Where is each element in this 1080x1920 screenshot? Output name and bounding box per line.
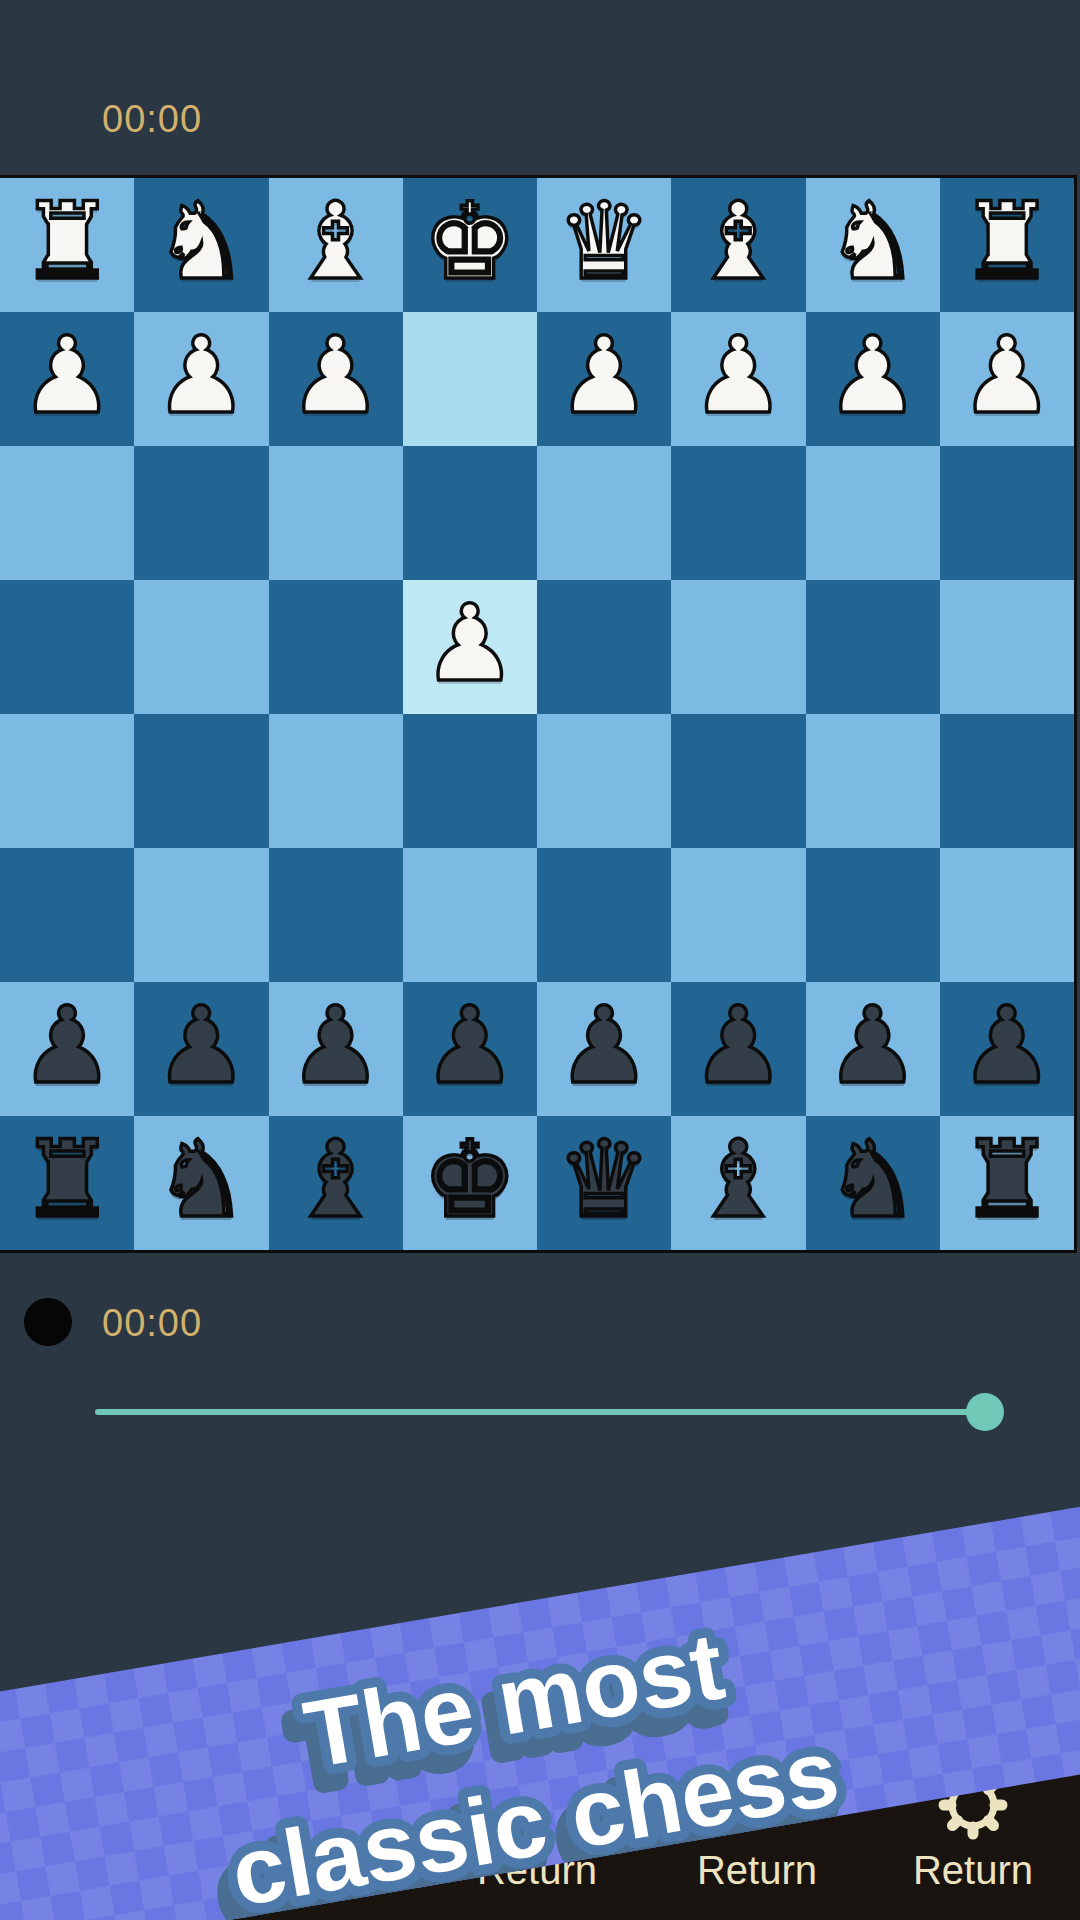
piece-white-pawn: ♟ (825, 323, 920, 429)
square-b4[interactable] (806, 580, 940, 714)
black-clock: 00:00 (102, 1302, 202, 1345)
piece-black-pawn: ♟ (20, 993, 115, 1099)
piece-black-queen: ♛ (557, 1127, 652, 1233)
piece-white-pawn: ♟ (959, 323, 1054, 429)
square-g5[interactable] (134, 714, 268, 848)
piece-black-king: ♚ (422, 1127, 517, 1233)
square-c7[interactable]: ♟ (671, 982, 805, 1116)
square-c2[interactable]: ♟ (671, 312, 805, 446)
square-f6[interactable] (269, 848, 403, 982)
app-screen: 00:00 ♜♞♝♚♛♝♞♜♟♟♟♟♟♟♟♟♟♟♟♟♟♟♟♟♜♞♝♚♛♝♞♜ 0… (0, 0, 1080, 1920)
square-h2[interactable]: ♟ (0, 312, 134, 446)
square-b2[interactable]: ♟ (806, 312, 940, 446)
piece-black-knight: ♞ (825, 1127, 920, 1233)
piece-white-pawn: ♟ (20, 323, 115, 429)
piece-black-bishop: ♝ (288, 1127, 383, 1233)
piece-white-pawn: ♟ (288, 323, 383, 429)
piece-black-rook: ♜ (20, 1127, 115, 1233)
square-a3[interactable] (940, 446, 1074, 580)
square-e2[interactable] (403, 312, 537, 446)
square-f3[interactable] (269, 446, 403, 580)
square-b7[interactable]: ♟ (806, 982, 940, 1116)
square-a2[interactable]: ♟ (940, 312, 1074, 446)
square-a8[interactable]: ♜ (940, 1116, 1074, 1250)
square-h4[interactable] (0, 580, 134, 714)
square-h7[interactable]: ♟ (0, 982, 134, 1116)
square-f8[interactable]: ♝ (269, 1116, 403, 1250)
piece-white-knight: ♞ (825, 189, 920, 295)
square-e1[interactable]: ♚ (403, 178, 537, 312)
piece-white-rook: ♜ (959, 189, 1054, 295)
square-h5[interactable] (0, 714, 134, 848)
piece-white-rook: ♜ (20, 189, 115, 295)
square-h6[interactable] (0, 848, 134, 982)
square-a7[interactable]: ♟ (940, 982, 1074, 1116)
square-b6[interactable] (806, 848, 940, 982)
square-b5[interactable] (806, 714, 940, 848)
piece-white-knight: ♞ (154, 189, 249, 295)
square-g7[interactable]: ♟ (134, 982, 268, 1116)
square-d3[interactable] (537, 446, 671, 580)
square-d8[interactable]: ♛ (537, 1116, 671, 1250)
square-g6[interactable] (134, 848, 268, 982)
black-player-indicator (24, 1298, 72, 1346)
square-e4[interactable]: ♟ (403, 580, 537, 714)
square-f5[interactable] (269, 714, 403, 848)
square-d2[interactable]: ♟ (537, 312, 671, 446)
piece-white-pawn: ♟ (691, 323, 786, 429)
square-e5[interactable] (403, 714, 537, 848)
square-d5[interactable] (537, 714, 671, 848)
square-e8[interactable]: ♚ (403, 1116, 537, 1250)
piece-black-pawn: ♟ (288, 993, 383, 1099)
square-c6[interactable] (671, 848, 805, 982)
return-button[interactable]: Return (863, 1848, 1080, 1893)
square-d4[interactable] (537, 580, 671, 714)
square-e6[interactable] (403, 848, 537, 982)
piece-white-queen: ♛ (557, 189, 652, 295)
slider-thumb[interactable] (966, 1393, 1004, 1431)
piece-white-king: ♚ (422, 189, 517, 295)
square-b8[interactable]: ♞ (806, 1116, 940, 1250)
square-e3[interactable] (403, 446, 537, 580)
chess-board: ♜♞♝♚♛♝♞♜♟♟♟♟♟♟♟♟♟♟♟♟♟♟♟♟♜♞♝♚♛♝♞♜ (0, 175, 1077, 1253)
square-c1[interactable]: ♝ (671, 178, 805, 312)
piece-black-pawn: ♟ (691, 993, 786, 1099)
square-h1[interactable]: ♜ (0, 178, 134, 312)
square-h3[interactable] (0, 446, 134, 580)
square-b1[interactable]: ♞ (806, 178, 940, 312)
square-f2[interactable]: ♟ (269, 312, 403, 446)
square-a4[interactable] (940, 580, 1074, 714)
square-g3[interactable] (134, 446, 268, 580)
square-f4[interactable] (269, 580, 403, 714)
piece-white-bishop: ♝ (288, 189, 383, 295)
square-c4[interactable] (671, 580, 805, 714)
square-f7[interactable]: ♟ (269, 982, 403, 1116)
square-h8[interactable]: ♜ (0, 1116, 134, 1250)
slider-track[interactable] (95, 1409, 985, 1415)
piece-black-pawn: ♟ (825, 993, 920, 1099)
piece-white-pawn: ♟ (557, 323, 652, 429)
piece-black-pawn: ♟ (557, 993, 652, 1099)
square-d1[interactable]: ♛ (537, 178, 671, 312)
piece-white-bishop: ♝ (691, 189, 786, 295)
piece-black-bishop: ♝ (691, 1127, 786, 1233)
square-e7[interactable]: ♟ (403, 982, 537, 1116)
piece-white-pawn: ♟ (422, 591, 517, 697)
square-d6[interactable] (537, 848, 671, 982)
square-c5[interactable] (671, 714, 805, 848)
piece-black-rook: ♜ (959, 1127, 1054, 1233)
square-g1[interactable]: ♞ (134, 178, 268, 312)
piece-white-pawn: ♟ (154, 323, 249, 429)
square-f1[interactable]: ♝ (269, 178, 403, 312)
square-d7[interactable]: ♟ (537, 982, 671, 1116)
return-button[interactable]: Return (647, 1848, 867, 1893)
square-a5[interactable] (940, 714, 1074, 848)
square-b3[interactable] (806, 446, 940, 580)
square-c3[interactable] (671, 446, 805, 580)
square-c8[interactable]: ♝ (671, 1116, 805, 1250)
square-a6[interactable] (940, 848, 1074, 982)
square-g4[interactable] (134, 580, 268, 714)
piece-black-knight: ♞ (154, 1127, 249, 1233)
piece-black-pawn: ♟ (422, 993, 517, 1099)
piece-black-pawn: ♟ (959, 993, 1054, 1099)
square-g2[interactable]: ♟ (134, 312, 268, 446)
square-a1[interactable]: ♜ (940, 178, 1074, 312)
white-clock: 00:00 (102, 98, 202, 141)
piece-black-pawn: ♟ (154, 993, 249, 1099)
square-g8[interactable]: ♞ (134, 1116, 268, 1250)
